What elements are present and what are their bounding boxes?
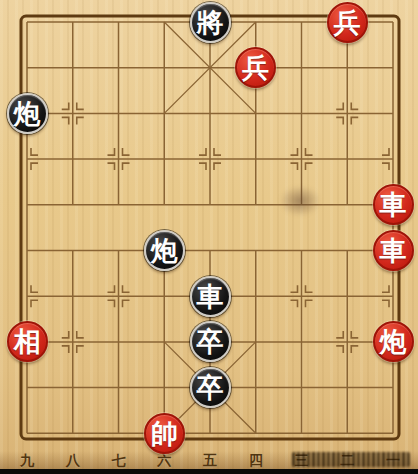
intersection[interactable]	[370, 410, 416, 456]
piece-black-soldier[interactable]: 卒	[190, 367, 231, 408]
intersection[interactable]	[96, 410, 142, 456]
intersection[interactable]: 車	[187, 273, 233, 319]
intersection[interactable]	[279, 136, 325, 182]
pieces-layer: 將兵兵炮車炮車車相卒炮卒帥	[4, 0, 416, 456]
intersection[interactable]: 兵	[233, 45, 279, 91]
intersection[interactable]	[279, 228, 325, 274]
intersection[interactable]	[141, 319, 187, 365]
intersection[interactable]	[50, 45, 96, 91]
intersection[interactable]	[370, 273, 416, 319]
intersection[interactable]: 車	[370, 228, 416, 274]
intersection[interactable]	[50, 410, 96, 456]
intersection[interactable]	[187, 228, 233, 274]
watermark-smudge-river	[280, 186, 320, 216]
piece-red-elephant[interactable]: 相	[7, 321, 48, 362]
intersection[interactable]	[279, 91, 325, 137]
intersection[interactable]: 炮	[4, 91, 50, 137]
intersection[interactable]	[279, 365, 325, 411]
intersection[interactable]	[324, 91, 370, 137]
intersection[interactable]	[96, 228, 142, 274]
intersection[interactable]	[96, 0, 142, 45]
intersection[interactable]	[187, 182, 233, 228]
intersection[interactable]	[324, 45, 370, 91]
intersection[interactable]	[279, 319, 325, 365]
bottom-black-bar	[0, 469, 418, 474]
intersection[interactable]	[233, 136, 279, 182]
intersection[interactable]	[141, 273, 187, 319]
piece-black-cannon[interactable]: 炮	[7, 93, 48, 134]
intersection[interactable]	[4, 410, 50, 456]
intersection[interactable]	[233, 91, 279, 137]
intersection[interactable]	[50, 182, 96, 228]
piece-red-chariot[interactable]: 車	[373, 184, 414, 225]
intersection[interactable]	[96, 136, 142, 182]
intersection[interactable]: 炮	[370, 319, 416, 365]
watermark-smudge-bottom	[292, 452, 410, 467]
intersection[interactable]	[96, 319, 142, 365]
intersection[interactable]	[324, 365, 370, 411]
intersection[interactable]	[96, 45, 142, 91]
intersection[interactable]: 兵	[324, 0, 370, 45]
intersection[interactable]	[141, 91, 187, 137]
intersection[interactable]	[324, 273, 370, 319]
intersection[interactable]	[370, 365, 416, 411]
intersection[interactable]: 帥	[141, 410, 187, 456]
intersection[interactable]	[233, 0, 279, 45]
intersection[interactable]	[96, 273, 142, 319]
intersection[interactable]	[187, 45, 233, 91]
intersection[interactable]	[233, 228, 279, 274]
intersection[interactable]: 將	[187, 0, 233, 45]
intersection[interactable]	[50, 91, 96, 137]
intersection[interactable]	[279, 410, 325, 456]
piece-black-chariot[interactable]: 車	[190, 276, 231, 317]
intersection[interactable]	[141, 0, 187, 45]
intersection[interactable]	[233, 319, 279, 365]
intersection[interactable]	[50, 319, 96, 365]
intersection[interactable]	[370, 45, 416, 91]
intersection[interactable]: 相	[4, 319, 50, 365]
intersection[interactable]	[96, 365, 142, 411]
intersection[interactable]	[50, 228, 96, 274]
intersection[interactable]	[187, 410, 233, 456]
intersection[interactable]	[324, 228, 370, 274]
intersection[interactable]	[4, 365, 50, 411]
intersection[interactable]	[4, 273, 50, 319]
intersection[interactable]	[4, 45, 50, 91]
intersection[interactable]	[4, 0, 50, 45]
piece-red-soldier[interactable]: 兵	[235, 47, 276, 88]
intersection[interactable]	[324, 410, 370, 456]
intersection[interactable]	[187, 136, 233, 182]
intersection[interactable]	[279, 45, 325, 91]
intersection[interactable]: 炮	[141, 228, 187, 274]
intersection[interactable]	[370, 0, 416, 45]
intersection[interactable]	[4, 228, 50, 274]
piece-black-soldier[interactable]: 卒	[190, 321, 231, 362]
intersection[interactable]	[4, 136, 50, 182]
intersection[interactable]	[233, 410, 279, 456]
intersection[interactable]	[279, 0, 325, 45]
intersection[interactable]	[324, 182, 370, 228]
piece-black-cannon[interactable]: 炮	[144, 230, 185, 271]
intersection[interactable]: 卒	[187, 365, 233, 411]
intersection[interactable]	[96, 91, 142, 137]
intersection[interactable]: 卒	[187, 319, 233, 365]
intersection[interactable]	[96, 182, 142, 228]
intersection[interactable]	[279, 273, 325, 319]
piece-red-chariot[interactable]: 車	[373, 230, 414, 271]
piece-red-general[interactable]: 帥	[144, 413, 185, 454]
intersection[interactable]	[141, 45, 187, 91]
intersection[interactable]	[141, 182, 187, 228]
intersection[interactable]	[50, 0, 96, 45]
intersection[interactable]	[233, 182, 279, 228]
intersection[interactable]	[324, 136, 370, 182]
intersection[interactable]: 車	[370, 182, 416, 228]
intersection[interactable]	[4, 182, 50, 228]
intersection[interactable]	[324, 319, 370, 365]
intersection[interactable]	[233, 365, 279, 411]
piece-red-cannon[interactable]: 炮	[373, 321, 414, 362]
intersection[interactable]	[370, 136, 416, 182]
piece-black-general[interactable]: 將	[190, 2, 231, 43]
intersection[interactable]	[187, 91, 233, 137]
intersection[interactable]	[141, 365, 187, 411]
intersection[interactable]	[233, 273, 279, 319]
intersection[interactable]	[50, 136, 96, 182]
intersection[interactable]	[50, 365, 96, 411]
intersection[interactable]	[50, 273, 96, 319]
intersection[interactable]	[370, 91, 416, 137]
piece-red-soldier[interactable]: 兵	[327, 2, 368, 43]
intersection[interactable]	[141, 136, 187, 182]
xiangqi-board: 將兵兵炮車炮車車相卒炮卒帥 九八七六五四三二一	[0, 0, 418, 474]
